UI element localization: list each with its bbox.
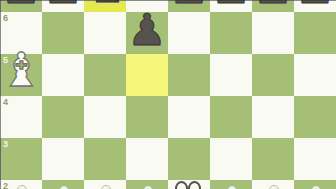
square-c5[interactable]	[84, 54, 126, 96]
chess-board-viewport: 65432♟♟♞♟♟♟♟♟♝	[0, 0, 336, 189]
black-pawn-g7[interactable]: ♟	[252, 0, 294, 12]
square-b4[interactable]	[42, 96, 84, 138]
white-pawn-d2[interactable]	[126, 180, 168, 189]
black-pawn-a7[interactable]: ♟	[0, 0, 42, 12]
white-pawn-h2[interactable]	[294, 180, 336, 189]
square-f6[interactable]	[210, 12, 252, 54]
white-pawn-tip	[101, 185, 111, 189]
white-pawn-c2[interactable]	[84, 180, 126, 189]
rank-label-4: 4	[3, 97, 8, 107]
white-pawn-g2[interactable]	[252, 180, 294, 189]
square-h6[interactable]	[294, 12, 336, 54]
black-pawn-b7[interactable]: ♟	[42, 0, 84, 12]
square-g3[interactable]	[252, 138, 294, 180]
black-pawn-h7[interactable]: ♟	[294, 0, 336, 12]
square-b3[interactable]	[42, 138, 84, 180]
square-e5[interactable]	[168, 54, 210, 96]
white-pawn-tip	[269, 185, 279, 189]
square-d5[interactable]	[126, 54, 168, 96]
square-h5[interactable]	[294, 54, 336, 96]
white-pawn-tip	[227, 185, 237, 189]
square-e3[interactable]	[168, 138, 210, 180]
white-knight-e2[interactable]	[168, 180, 210, 189]
square-f5[interactable]	[210, 54, 252, 96]
white-pawn-tip	[59, 185, 69, 189]
square-d4[interactable]	[126, 96, 168, 138]
square-e6[interactable]	[168, 12, 210, 54]
rank-label-3: 3	[3, 139, 8, 149]
rank-label-6: 6	[3, 13, 8, 23]
square-e4[interactable]	[168, 96, 210, 138]
white-pawn-tip	[143, 185, 153, 189]
square-c4[interactable]	[84, 96, 126, 138]
viewport-left-edge	[0, 0, 1, 189]
white-pawn-f2[interactable]	[210, 180, 252, 189]
square-c6[interactable]	[84, 12, 126, 54]
white-pawn-b2[interactable]	[42, 180, 84, 189]
white-piece-crown-ring	[175, 181, 188, 189]
white-pawn-a2[interactable]	[0, 180, 42, 189]
black-pawn-d6[interactable]: ♟	[126, 12, 168, 54]
white-piece-crown-ring	[188, 181, 201, 189]
square-f4[interactable]	[210, 96, 252, 138]
white-bishop-a5[interactable]: ♝	[0, 54, 42, 96]
square-g5[interactable]	[252, 54, 294, 96]
square-d3[interactable]	[126, 138, 168, 180]
black-knight-c7[interactable]: ♞	[84, 0, 126, 12]
square-h3[interactable]	[294, 138, 336, 180]
square-b5[interactable]	[42, 54, 84, 96]
black-pawn-f7[interactable]: ♟	[210, 0, 252, 12]
square-g6[interactable]	[252, 12, 294, 54]
square-c3[interactable]	[84, 138, 126, 180]
square-b6[interactable]	[42, 12, 84, 54]
chess-board[interactable]: 65432♟♟♞♟♟♟♟♟♝	[0, 0, 336, 189]
white-pawn-tip	[17, 185, 27, 189]
square-f3[interactable]	[210, 138, 252, 180]
white-pawn-tip	[311, 185, 321, 189]
viewport-top-edge	[0, 0, 336, 1]
square-h4[interactable]	[294, 96, 336, 138]
black-pawn-e7[interactable]: ♟	[168, 0, 210, 12]
square-g4[interactable]	[252, 96, 294, 138]
